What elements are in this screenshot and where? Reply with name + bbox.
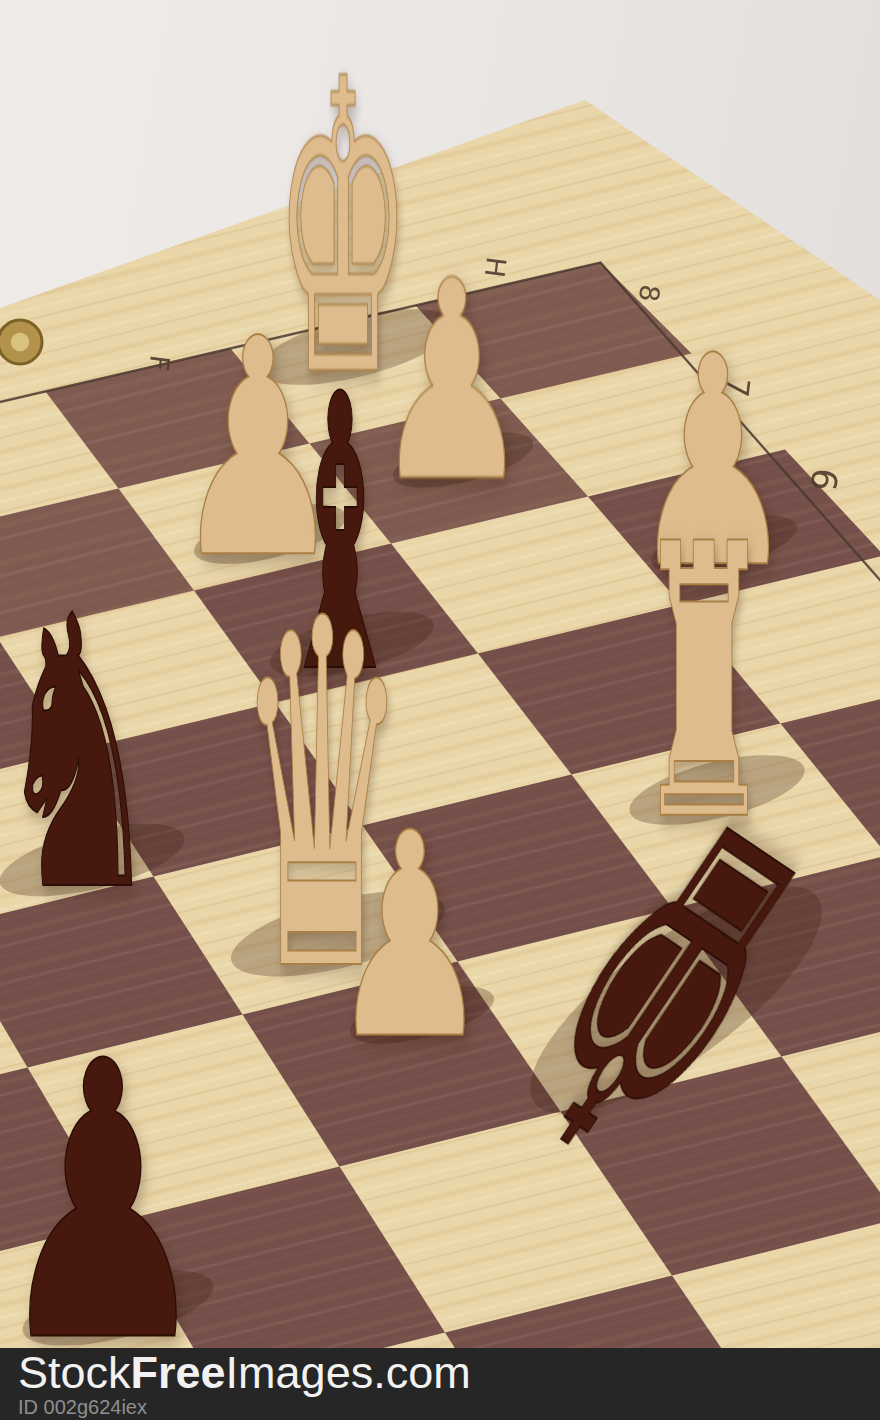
black-pawn[interactable]: ♟ bbox=[0, 1012, 213, 1394]
white-pawn-e3[interactable]: ♟ bbox=[329, 796, 491, 1078]
stock-photo-chess-scene: FH876 ♚♟♟♝♟♞♛♜♟♚♟ StockFreeImages.com ID… bbox=[0, 0, 880, 1420]
photo-area: FH876 ♚♟♟♝♟♞♛♜♟♚♟ bbox=[0, 0, 880, 1348]
black-knight[interactable]: ♞ bbox=[0, 568, 162, 943]
hinge-pin-icon bbox=[11, 333, 29, 351]
